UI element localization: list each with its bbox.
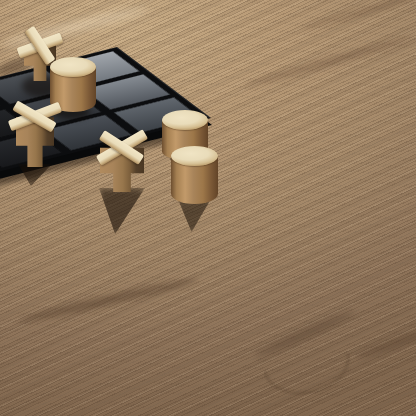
piece-shadow: [99, 188, 145, 234]
scene-photo: [0, 0, 416, 416]
x-piece-near-corner-cell[interactable]: [8, 102, 62, 192]
o-piece-top: [50, 57, 96, 77]
piece-shadow: [18, 164, 52, 186]
x-piece-off-board-bottom[interactable]: [95, 133, 149, 238]
o-piece-top: [162, 110, 208, 130]
o-piece-off-board-lower-right[interactable]: [171, 146, 218, 241]
o-piece-top: [171, 146, 218, 166]
